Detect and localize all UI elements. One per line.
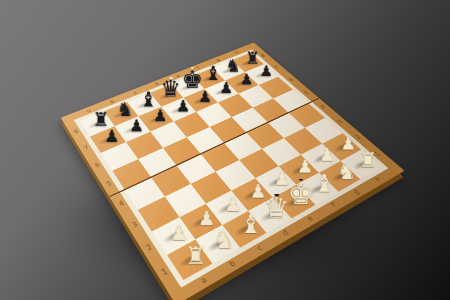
chess-board: abcdefgh abcdefgh 87654321 87654321 ♜♞♝♛… — [61, 42, 405, 300]
perspective-scene: abcdefgh abcdefgh 87654321 87654321 ♜♞♝♛… — [0, 0, 450, 300]
king-finial — [299, 175, 303, 180]
photo-background: abcdefgh abcdefgh 87654321 87654321 ♜♞♝♛… — [0, 0, 450, 300]
piece-white-pawn: ♟ — [163, 224, 195, 244]
piece-black-pawn: ♟ — [147, 108, 173, 124]
board-squares: ♜♞♝♛♚♝♞♜♟♟♟♟♟♟♟♟♟♟♟♟♟♟♟♟♜♞♝♛♚♝♞♜ — [80, 53, 381, 280]
piece-black-pawn: ♟ — [170, 99, 196, 115]
piece-black-pawn: ♟ — [123, 118, 150, 135]
king-finial — [191, 65, 194, 69]
piece-black-pawn: ♟ — [193, 90, 218, 106]
queen-finial — [169, 76, 173, 80]
board-frame: abcdefgh abcdefgh 87654321 87654321 ♜♞♝♛… — [61, 42, 405, 300]
piece-black-pawn: ♟ — [98, 128, 125, 145]
queen-finial — [274, 192, 279, 197]
piece-white-rook: ♜ — [179, 244, 213, 268]
